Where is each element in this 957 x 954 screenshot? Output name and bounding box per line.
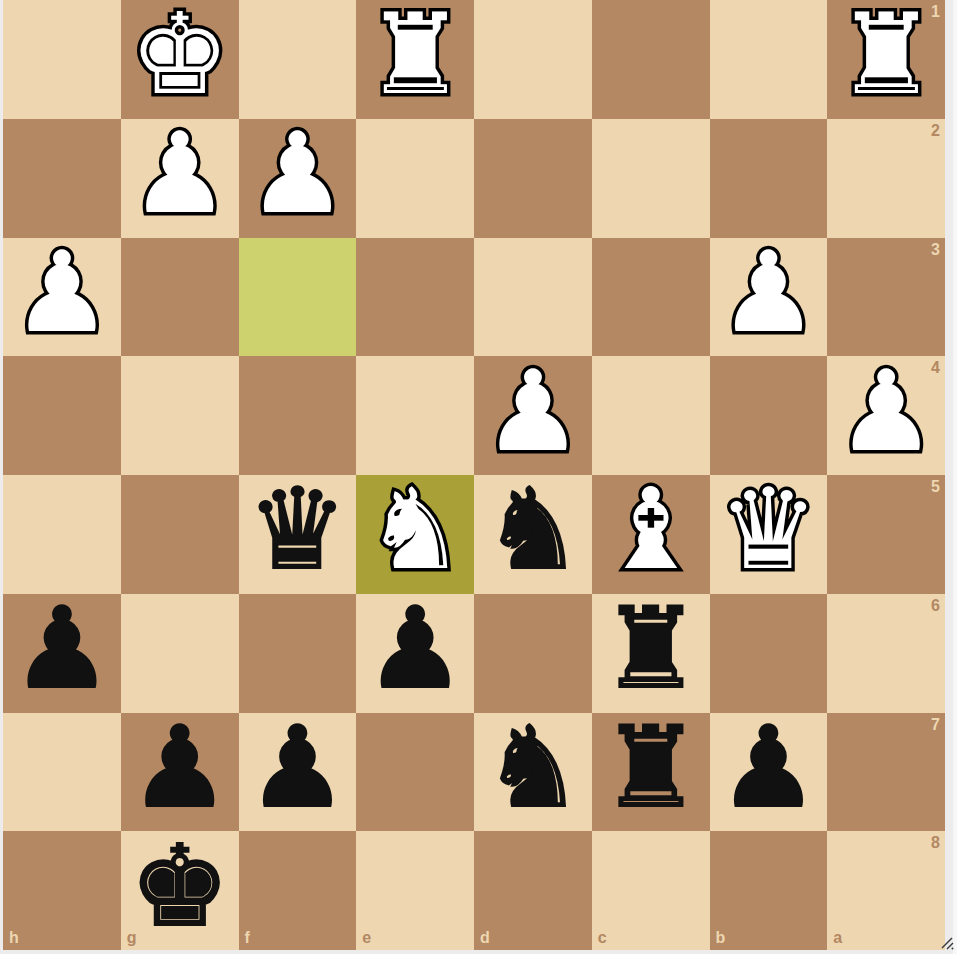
square-g4[interactable] xyxy=(121,356,239,475)
square-b8[interactable]: b xyxy=(710,831,828,950)
square-g6[interactable] xyxy=(121,594,239,713)
square-g3[interactable] xyxy=(121,238,239,357)
rank-label-6: 6 xyxy=(931,598,940,614)
square-f1[interactable] xyxy=(239,0,357,119)
square-a3[interactable]: 3 xyxy=(827,238,945,357)
square-a8[interactable]: 8a xyxy=(827,831,945,950)
file-label-f: f xyxy=(245,930,250,946)
square-e7[interactable] xyxy=(356,713,474,832)
black-pawn-piece[interactable]: ♟♟ xyxy=(239,713,357,832)
square-f2[interactable]: ♟♟ xyxy=(239,119,357,238)
square-b3[interactable]: ♟♟ xyxy=(710,238,828,357)
square-d8[interactable]: d xyxy=(474,831,592,950)
rank-label-2: 2 xyxy=(931,123,940,139)
square-b1[interactable] xyxy=(710,0,828,119)
square-a4[interactable]: 4♟♟ xyxy=(827,356,945,475)
square-d6[interactable] xyxy=(474,594,592,713)
white-queen-piece[interactable]: ♛♛ xyxy=(710,475,828,594)
square-b2[interactable] xyxy=(710,119,828,238)
square-e3[interactable] xyxy=(356,238,474,357)
square-d2[interactable] xyxy=(474,119,592,238)
square-f8[interactable]: f xyxy=(239,831,357,950)
square-f3[interactable] xyxy=(239,238,357,357)
square-h8[interactable]: h xyxy=(3,831,121,950)
square-b6[interactable] xyxy=(710,594,828,713)
square-h1[interactable] xyxy=(3,0,121,119)
square-a6[interactable]: 6 xyxy=(827,594,945,713)
square-e4[interactable] xyxy=(356,356,474,475)
black-pawn-piece[interactable]: ♟♟ xyxy=(121,713,239,832)
square-b4[interactable] xyxy=(710,356,828,475)
square-h3[interactable]: ♟♟ xyxy=(3,238,121,357)
square-g8[interactable]: g♚♚ xyxy=(121,831,239,950)
square-c7[interactable]: ♜♜ xyxy=(592,713,710,832)
file-label-a: a xyxy=(833,930,842,946)
white-rook-piece[interactable]: ♜♜ xyxy=(827,0,945,119)
black-rook-piece[interactable]: ♜♜ xyxy=(592,594,710,713)
square-h5[interactable] xyxy=(3,475,121,594)
white-knight-piece[interactable]: ♞♞ xyxy=(356,475,474,594)
square-d4[interactable]: ♟♟ xyxy=(474,356,592,475)
white-pawn-piece[interactable]: ♟♟ xyxy=(827,356,945,475)
square-d5[interactable]: ♞♞ xyxy=(474,475,592,594)
file-label-c: c xyxy=(598,930,607,946)
file-label-b: b xyxy=(716,930,726,946)
chess-board: ♚♚♜♜1♜♜♟♟♟♟2♟♟♟♟3♟♟4♟♟♛♛♞♞♞♞♝♝♛♛5♟♟♟♟♜♜6… xyxy=(3,0,945,950)
white-pawn-piece[interactable]: ♟♟ xyxy=(474,356,592,475)
black-rook-piece[interactable]: ♜♜ xyxy=(592,713,710,832)
black-pawn-piece[interactable]: ♟♟ xyxy=(3,594,121,713)
square-g5[interactable] xyxy=(121,475,239,594)
square-f5[interactable]: ♛♛ xyxy=(239,475,357,594)
square-a5[interactable]: 5 xyxy=(827,475,945,594)
white-pawn-piece[interactable]: ♟♟ xyxy=(3,238,121,357)
square-a2[interactable]: 2 xyxy=(827,119,945,238)
square-f4[interactable] xyxy=(239,356,357,475)
white-pawn-piece[interactable]: ♟♟ xyxy=(239,119,357,238)
rank-label-8: 8 xyxy=(931,835,940,851)
square-g1[interactable]: ♚♚ xyxy=(121,0,239,119)
square-e6[interactable]: ♟♟ xyxy=(356,594,474,713)
square-e2[interactable] xyxy=(356,119,474,238)
square-b5[interactable]: ♛♛ xyxy=(710,475,828,594)
square-c8[interactable]: c xyxy=(592,831,710,950)
white-king-piece[interactable]: ♚♚ xyxy=(121,0,239,119)
white-bishop-piece[interactable]: ♝♝ xyxy=(592,475,710,594)
square-g7[interactable]: ♟♟ xyxy=(121,713,239,832)
black-knight-piece[interactable]: ♞♞ xyxy=(474,713,592,832)
square-h7[interactable] xyxy=(3,713,121,832)
square-c2[interactable] xyxy=(592,119,710,238)
white-pawn-piece[interactable]: ♟♟ xyxy=(710,238,828,357)
resize-handle-icon[interactable] xyxy=(940,936,954,950)
square-c3[interactable] xyxy=(592,238,710,357)
square-h4[interactable] xyxy=(3,356,121,475)
file-label-e: e xyxy=(362,930,371,946)
white-pawn-piece[interactable]: ♟♟ xyxy=(121,119,239,238)
black-knight-piece[interactable]: ♞♞ xyxy=(474,475,592,594)
black-king-piece[interactable]: ♚♚ xyxy=(121,831,239,950)
square-d3[interactable] xyxy=(474,238,592,357)
square-e5[interactable]: ♞♞ xyxy=(356,475,474,594)
rank-label-7: 7 xyxy=(931,717,940,733)
square-f7[interactable]: ♟♟ xyxy=(239,713,357,832)
square-d1[interactable] xyxy=(474,0,592,119)
file-label-d: d xyxy=(480,930,490,946)
file-label-h: h xyxy=(9,930,19,946)
square-e8[interactable]: e xyxy=(356,831,474,950)
black-queen-piece[interactable]: ♛♛ xyxy=(239,475,357,594)
square-c4[interactable] xyxy=(592,356,710,475)
white-rook-piece[interactable]: ♜♜ xyxy=(356,0,474,119)
square-c6[interactable]: ♜♜ xyxy=(592,594,710,713)
black-pawn-piece[interactable]: ♟♟ xyxy=(356,594,474,713)
square-e1[interactable]: ♜♜ xyxy=(356,0,474,119)
rank-label-5: 5 xyxy=(931,479,940,495)
square-f6[interactable] xyxy=(239,594,357,713)
square-c5[interactable]: ♝♝ xyxy=(592,475,710,594)
rank-label-3: 3 xyxy=(931,242,940,258)
square-a7[interactable]: 7 xyxy=(827,713,945,832)
right-gutter xyxy=(953,0,957,954)
board-page: ♚♚♜♜1♜♜♟♟♟♟2♟♟♟♟3♟♟4♟♟♛♛♞♞♞♞♝♝♛♛5♟♟♟♟♜♜6… xyxy=(0,0,957,954)
square-h6[interactable]: ♟♟ xyxy=(3,594,121,713)
square-c1[interactable] xyxy=(592,0,710,119)
square-b7[interactable]: ♟♟ xyxy=(710,713,828,832)
black-pawn-piece[interactable]: ♟♟ xyxy=(710,713,828,832)
square-g2[interactable]: ♟♟ xyxy=(121,119,239,238)
square-h2[interactable] xyxy=(3,119,121,238)
square-a1[interactable]: 1♜♜ xyxy=(827,0,945,119)
square-d7[interactable]: ♞♞ xyxy=(474,713,592,832)
